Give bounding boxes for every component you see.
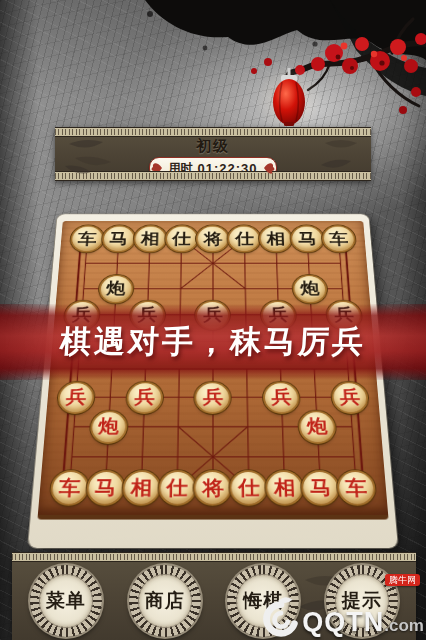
piece-glyph: 炮 [300, 281, 320, 297]
watermark-suffix: .com [384, 616, 424, 636]
piece-glyph: 仕 [172, 231, 191, 246]
piece-red-相[interactable]: 相 [267, 472, 302, 504]
piece-glyph: 相 [130, 478, 152, 498]
piece-glyph: 兵 [271, 388, 292, 406]
piece-red-将[interactable]: 将 [196, 472, 230, 504]
app-screen: 初级 用时 01:22:30 车马相仕将仕相马车炮炮兵兵兵兵兵兵兵兵兵兵炮炮车马… [0, 0, 426, 640]
piece-glyph: 车 [58, 478, 81, 498]
piece-red-仕[interactable]: 仕 [232, 472, 267, 504]
piece-red-车[interactable]: 车 [51, 472, 87, 504]
piece-red-兵[interactable]: 兵 [128, 383, 162, 412]
greek-key-border [12, 552, 416, 562]
piece-glyph: 仕 [166, 478, 188, 498]
piece-glyph: 将 [202, 478, 223, 498]
piece-glyph: 仕 [235, 231, 254, 246]
piece-glyph: 马 [298, 231, 318, 246]
piece-black-相[interactable]: 相 [135, 227, 166, 251]
piece-glyph: 车 [329, 231, 349, 246]
pill-ornament-right-icon [263, 160, 275, 176]
piece-black-炮[interactable]: 炮 [294, 276, 326, 302]
header-panel: 初级 用时 01:22:30 [55, 127, 371, 181]
menu-button[interactable]: 菜单 [30, 565, 102, 637]
watermark-brand: QQTN [302, 607, 384, 638]
piece-black-将[interactable]: 将 [198, 227, 228, 251]
piece-glyph: 炮 [106, 281, 126, 297]
piece-glyph: 兵 [134, 388, 155, 406]
piece-glyph: 马 [109, 231, 129, 246]
watermark: QQTN .com 腾牛网 [257, 585, 424, 638]
piece-black-炮[interactable]: 炮 [100, 276, 132, 302]
piece-glyph: 相 [140, 231, 159, 246]
announcement-banner: 棋遇对手，秣马厉兵 [0, 304, 426, 380]
piece-red-仕[interactable]: 仕 [160, 472, 195, 504]
piece-black-马[interactable]: 马 [292, 227, 323, 251]
banner-text: 棋遇对手，秣马厉兵 [0, 304, 426, 380]
piece-red-炮[interactable]: 炮 [300, 412, 335, 442]
greek-key-border [55, 127, 371, 137]
piece-glyph: 马 [94, 478, 116, 498]
piece-red-兵[interactable]: 兵 [333, 383, 368, 412]
piece-glyph: 兵 [339, 388, 361, 406]
qqtn-logo-icon [257, 595, 305, 640]
piece-glyph: 兵 [65, 388, 87, 406]
piece-red-马[interactable]: 马 [88, 472, 124, 504]
piece-glyph: 车 [77, 231, 97, 246]
piece-black-车[interactable]: 车 [71, 227, 103, 251]
board-3d-wrapper: 车马相仕将仕相马车炮炮兵兵兵兵兵兵兵兵兵兵炮炮车马相仕将仕相马车 [28, 214, 398, 548]
piece-black-仕[interactable]: 仕 [166, 227, 196, 251]
piece-red-相[interactable]: 相 [124, 472, 159, 504]
piece-red-兵[interactable]: 兵 [197, 383, 230, 412]
piece-black-马[interactable]: 马 [103, 227, 134, 251]
piece-glyph: 相 [274, 478, 296, 498]
greek-key-border [55, 171, 371, 181]
piece-glyph: 兵 [203, 388, 224, 406]
piece-glyph: 炮 [306, 417, 328, 436]
piece-black-车[interactable]: 车 [323, 227, 355, 251]
piece-red-车[interactable]: 车 [338, 472, 374, 504]
piece-red-兵[interactable]: 兵 [265, 383, 299, 412]
piece-glyph: 马 [309, 478, 331, 498]
level-label: 初级 [55, 137, 371, 156]
watermark-badge: 腾牛网 [385, 574, 420, 586]
shop-button[interactable]: 商店 [129, 565, 201, 637]
piece-red-兵[interactable]: 兵 [59, 383, 94, 412]
piece-black-相[interactable]: 相 [261, 227, 292, 251]
piece-red-炮[interactable]: 炮 [91, 412, 126, 442]
piece-black-仕[interactable]: 仕 [229, 227, 259, 251]
piece-glyph: 将 [204, 231, 223, 246]
board-backing: 车马相仕将仕相马车炮炮兵兵兵兵兵兵兵兵兵兵炮炮车马相仕将仕相马车 [28, 214, 398, 548]
piece-red-马[interactable]: 马 [303, 472, 339, 504]
piece-glyph: 车 [345, 478, 368, 498]
piece-glyph: 炮 [98, 417, 120, 436]
piece-glyph: 相 [266, 231, 285, 246]
piece-glyph: 仕 [238, 478, 260, 498]
